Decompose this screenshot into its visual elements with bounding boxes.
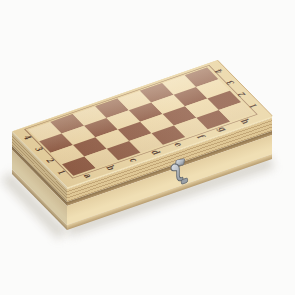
rank-label-right-4: 4 [213,68,225,74]
file-label-b: b [104,164,117,171]
rank-label-left-1: 1 [55,169,67,175]
file-label-e: e [171,141,184,147]
rank-label-left-2: 2 [44,158,56,164]
file-label-a: a [82,172,95,178]
file-label-d: d [149,149,162,156]
file-label-c: c [127,157,139,163]
rank-label-left-4: 4 [21,135,33,141]
rank-label-right-2: 2 [236,91,248,97]
rank-label-left-3: 3 [33,146,45,152]
file-label-h: h [238,118,251,125]
rank-label-right-1: 1 [247,103,259,109]
product-photo-scene: 4321 4321 abcdefgh [0,0,295,295]
rank-label-right-3: 3 [225,80,237,86]
file-label-f: f [194,134,206,139]
file-label-g: g [216,126,229,133]
